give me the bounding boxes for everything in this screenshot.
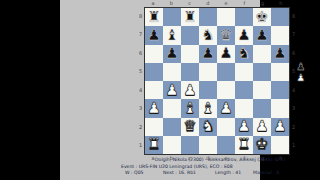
- square-b8: [163, 8, 181, 26]
- black-pawn-icon: ♟: [237, 28, 250, 43]
- square-c7: [181, 26, 199, 44]
- white-pawn-icon: ♟: [237, 119, 250, 134]
- square-c6: [181, 45, 199, 63]
- square-d1: [199, 136, 217, 154]
- white-rook-icon: ♜: [237, 137, 250, 152]
- square-g7: ♟: [253, 26, 271, 44]
- square-d5: [199, 63, 217, 81]
- stat-next-move: Next : 16. Rb1: [163, 170, 215, 177]
- stat-material: Material : 0: [253, 170, 279, 177]
- white-knight-icon: ♞: [201, 119, 214, 134]
- coord-label-6: 6: [291, 44, 296, 63]
- black-pawn-icon: ♟: [273, 46, 286, 61]
- square-b5: [163, 63, 181, 81]
- square-c2: ♛: [181, 118, 199, 136]
- square-c3: ♝: [181, 99, 199, 117]
- square-f6: ♞: [235, 45, 253, 63]
- square-b3: [163, 99, 181, 117]
- square-f8: [235, 8, 253, 26]
- square-a7: ♟: [145, 26, 163, 44]
- coord-label-1: 1: [291, 137, 296, 156]
- white-king-icon: ♚: [255, 137, 268, 152]
- square-f3: [235, 99, 253, 117]
- square-a1: ♜: [145, 136, 163, 154]
- captured-pieces-tray: ♟ ♟: [294, 62, 308, 92]
- square-d2: ♞: [199, 118, 217, 136]
- square-h1: [271, 136, 289, 154]
- square-f4: [235, 81, 253, 99]
- file-labels-top: abcdefgh: [144, 1, 290, 6]
- coord-label-3: 3: [291, 100, 296, 119]
- square-d3: ♝: [199, 99, 217, 117]
- players-result-line: Dolgih, Nikola (2300) - Aleksandrov, Ale…: [120, 157, 320, 164]
- coord-label-7: 7: [138, 26, 143, 45]
- square-g2: ♟: [253, 118, 271, 136]
- coord-label-b: b: [162, 1, 180, 6]
- black-bishop-icon: ♝: [165, 28, 178, 43]
- square-h7: [271, 26, 289, 44]
- coord-label-2: 2: [138, 118, 143, 137]
- square-e8: [217, 8, 235, 26]
- square-b7: ♝: [163, 26, 181, 44]
- white-bishop-icon: ♝: [183, 101, 196, 116]
- coord-label-6: 6: [138, 44, 143, 63]
- square-d6: ♟: [199, 45, 217, 63]
- square-f5: [235, 63, 253, 81]
- chess-board-frame: ♜♜♚♟♝♞♛♟♟♟♟♟♞♟♟♟♟♝♝♟♛♞♟♟♟♜♜♚: [144, 7, 290, 155]
- black-pawn-icon: ♟: [147, 28, 160, 43]
- stats-line: W : Q05 Next : 16. Rb1 Length : 41 Mater…: [120, 170, 320, 177]
- square-c4: ♟: [181, 81, 199, 99]
- black-king-icon: ♚: [255, 10, 268, 25]
- white-queen-icon: ♛: [183, 119, 196, 134]
- square-c8: ♜: [181, 8, 199, 26]
- square-h8: [271, 8, 289, 26]
- coord-label-2: 2: [291, 118, 296, 137]
- captured-white-pawn-icon: ♟: [297, 73, 306, 83]
- square-d4: [199, 81, 217, 99]
- square-f7: ♟: [235, 26, 253, 44]
- white-pawn-icon: ♟: [255, 119, 268, 134]
- square-g6: [253, 45, 271, 63]
- black-knight-icon: ♞: [201, 28, 214, 43]
- coord-label-g: g: [254, 1, 272, 6]
- event-eco-line: Event : URS-FIN U20 Leningrad (URS), ECO…: [120, 164, 320, 171]
- white-pawn-icon: ♟: [147, 101, 160, 116]
- black-pawn-icon: ♟: [255, 28, 268, 43]
- square-f1: ♜: [235, 136, 253, 154]
- coord-label-f: f: [235, 1, 253, 6]
- coord-label-d: d: [199, 1, 217, 6]
- square-c1: [181, 136, 199, 154]
- square-g4: [253, 81, 271, 99]
- square-d7: ♞: [199, 26, 217, 44]
- square-c5: [181, 63, 199, 81]
- square-e6: ♟: [217, 45, 235, 63]
- game-info-footer: Dolgih, Nikola (2300) - Aleksandrov, Ale…: [120, 157, 320, 180]
- white-rook-icon: ♜: [147, 137, 160, 152]
- square-a6: [145, 45, 163, 63]
- stat-w: W : Q05: [125, 170, 163, 177]
- square-e4: [217, 81, 235, 99]
- coord-label-8: 8: [291, 7, 296, 26]
- square-g3: [253, 99, 271, 117]
- square-a3: ♟: [145, 99, 163, 117]
- black-rook-icon: ♜: [147, 10, 160, 25]
- white-pawn-icon: ♟: [165, 83, 178, 98]
- coord-label-a: a: [144, 1, 162, 6]
- coord-label-7: 7: [291, 26, 296, 45]
- white-pawn-icon: ♟: [183, 83, 196, 98]
- square-g8: ♚: [253, 8, 271, 26]
- square-d8: [199, 8, 217, 26]
- rank-labels-left: 87654321: [138, 7, 143, 155]
- chess-board: ♜♜♚♟♝♞♛♟♟♟♟♟♞♟♟♟♟♝♝♟♛♞♟♟♟♜♜♚: [145, 8, 289, 154]
- coord-label-5: 5: [138, 63, 143, 82]
- square-a4: [145, 81, 163, 99]
- black-rook-icon: ♜: [183, 10, 196, 25]
- square-b6: ♟: [163, 45, 181, 63]
- white-pawn-icon: ♟: [273, 119, 286, 134]
- square-a5: [145, 63, 163, 81]
- coord-label-1: 1: [138, 137, 143, 156]
- square-g1: ♚: [253, 136, 271, 154]
- square-b4: ♟: [163, 81, 181, 99]
- square-b2: [163, 118, 181, 136]
- square-e5: [217, 63, 235, 81]
- coord-label-c: c: [181, 1, 199, 6]
- square-h2: ♟: [271, 118, 289, 136]
- square-e7: ♛: [217, 26, 235, 44]
- square-h4: [271, 81, 289, 99]
- white-bishop-icon: ♝: [201, 101, 214, 116]
- square-a8: ♜: [145, 8, 163, 26]
- square-h3: [271, 99, 289, 117]
- stat-length: Length : 41: [215, 170, 253, 177]
- black-pawn-icon: ♟: [219, 46, 232, 61]
- square-b1: [163, 136, 181, 154]
- coord-label-8: 8: [138, 7, 143, 26]
- coord-label-e: e: [217, 1, 235, 6]
- black-pawn-icon: ♟: [165, 46, 178, 61]
- square-e3: ♟: [217, 99, 235, 117]
- coord-label-h: h: [272, 1, 290, 6]
- black-pawn-icon: ♟: [201, 46, 214, 61]
- white-pawn-icon: ♟: [219, 101, 232, 116]
- square-g5: [253, 63, 271, 81]
- square-e1: [217, 136, 235, 154]
- square-f2: ♟: [235, 118, 253, 136]
- square-h6: ♟: [271, 45, 289, 63]
- square-h5: [271, 63, 289, 81]
- black-queen-icon: ♛: [219, 28, 232, 43]
- coord-label-3: 3: [138, 100, 143, 119]
- captured-black-pawn-icon: ♟: [297, 62, 306, 72]
- square-e2: [217, 118, 235, 136]
- square-a2: [145, 118, 163, 136]
- black-knight-icon: ♞: [237, 46, 250, 61]
- video-content-area: abcdefgh abcdefgh 87654321 87654321 ♜♜♚♟…: [60, 0, 260, 180]
- coord-label-4: 4: [138, 81, 143, 100]
